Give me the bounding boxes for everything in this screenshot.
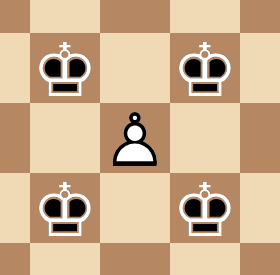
square-r2-c1-light[interactable] [30,103,100,173]
black-king-detail-glyph: ♔ [32,173,98,247]
black-king[interactable]: ♚♔ [30,173,100,243]
square-r3-c1-dark[interactable]: ♚♔ [30,173,100,243]
square-r4-c3-light[interactable] [170,243,240,275]
black-king-detail-glyph: ♔ [172,33,238,107]
black-king-fill-glyph: ♚ [172,33,238,107]
white-pawn-fill-glyph: ♟ [102,103,168,177]
square-r4-c2-dark[interactable] [100,243,170,275]
square-r2-c3-light[interactable] [170,103,240,173]
square-r1-c2-light[interactable] [100,33,170,103]
square-r2-c0-dark[interactable] [0,103,30,173]
square-r1-c0-light[interactable] [0,33,30,103]
square-r0-c0-dark[interactable] [0,0,30,33]
square-r0-c3-light[interactable] [170,0,240,33]
square-r1-c4-light[interactable] [240,33,280,103]
black-king-fill-glyph: ♚ [172,173,238,247]
square-r0-c1-light[interactable] [30,0,100,33]
black-king[interactable]: ♚♔ [170,33,240,103]
square-r0-c4-dark[interactable] [240,0,280,33]
square-r2-c4-dark[interactable] [240,103,280,173]
white-pawn[interactable]: ♟♙ [100,103,170,173]
square-r2-c2-dark[interactable]: ♟♙ [100,103,170,173]
black-king[interactable]: ♚♔ [170,173,240,243]
white-pawn-detail-glyph: ♙ [102,103,168,177]
square-r3-c0-light[interactable] [0,173,30,243]
black-king-detail-glyph: ♔ [32,33,98,107]
square-r0-c2-dark[interactable] [100,0,170,33]
chess-board: ♚♔♚♔♟♙♚♔♚♔ [0,0,280,275]
square-r3-c4-light[interactable] [240,173,280,243]
square-r1-c1-dark[interactable]: ♚♔ [30,33,100,103]
square-r4-c4-dark[interactable] [240,243,280,275]
square-r4-c0-dark[interactable] [0,243,30,275]
black-king-detail-glyph: ♔ [172,173,238,247]
black-king-fill-glyph: ♚ [32,33,98,107]
black-king-fill-glyph: ♚ [32,173,98,247]
black-king[interactable]: ♚♔ [30,33,100,103]
square-r3-c2-light[interactable] [100,173,170,243]
square-r1-c3-dark[interactable]: ♚♔ [170,33,240,103]
square-r3-c3-dark[interactable]: ♚♔ [170,173,240,243]
square-r4-c1-light[interactable] [30,243,100,275]
